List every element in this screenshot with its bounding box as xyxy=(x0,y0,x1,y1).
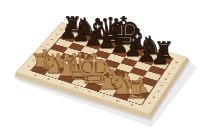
coordinate-label-g: g xyxy=(116,99,120,102)
coordinate-label-4: 4 xyxy=(160,84,164,87)
coordinate-label-h: h xyxy=(130,104,134,107)
coordinate-label-7: 7 xyxy=(171,67,175,69)
white-rook-h1: ♜ xyxy=(125,78,147,102)
coordinate-label-8: 8 xyxy=(175,61,179,63)
coordinate-label-3: 3 xyxy=(156,90,160,93)
black-pawn-h7: ♟ xyxy=(151,47,169,67)
chess-set-photo: aabbccddeeffgghh8877665544332211 ♜♞♝♛♚♝♞… xyxy=(0,0,200,133)
coordinate-label-6: 6 xyxy=(167,73,171,75)
coordinate-label-7: 7 xyxy=(55,34,59,36)
coordinate-label-6: 6 xyxy=(50,39,54,41)
coordinate-label-1: 1 xyxy=(147,102,151,105)
coordinate-label-5: 5 xyxy=(163,78,167,81)
coordinate-label-2: 2 xyxy=(152,96,156,99)
